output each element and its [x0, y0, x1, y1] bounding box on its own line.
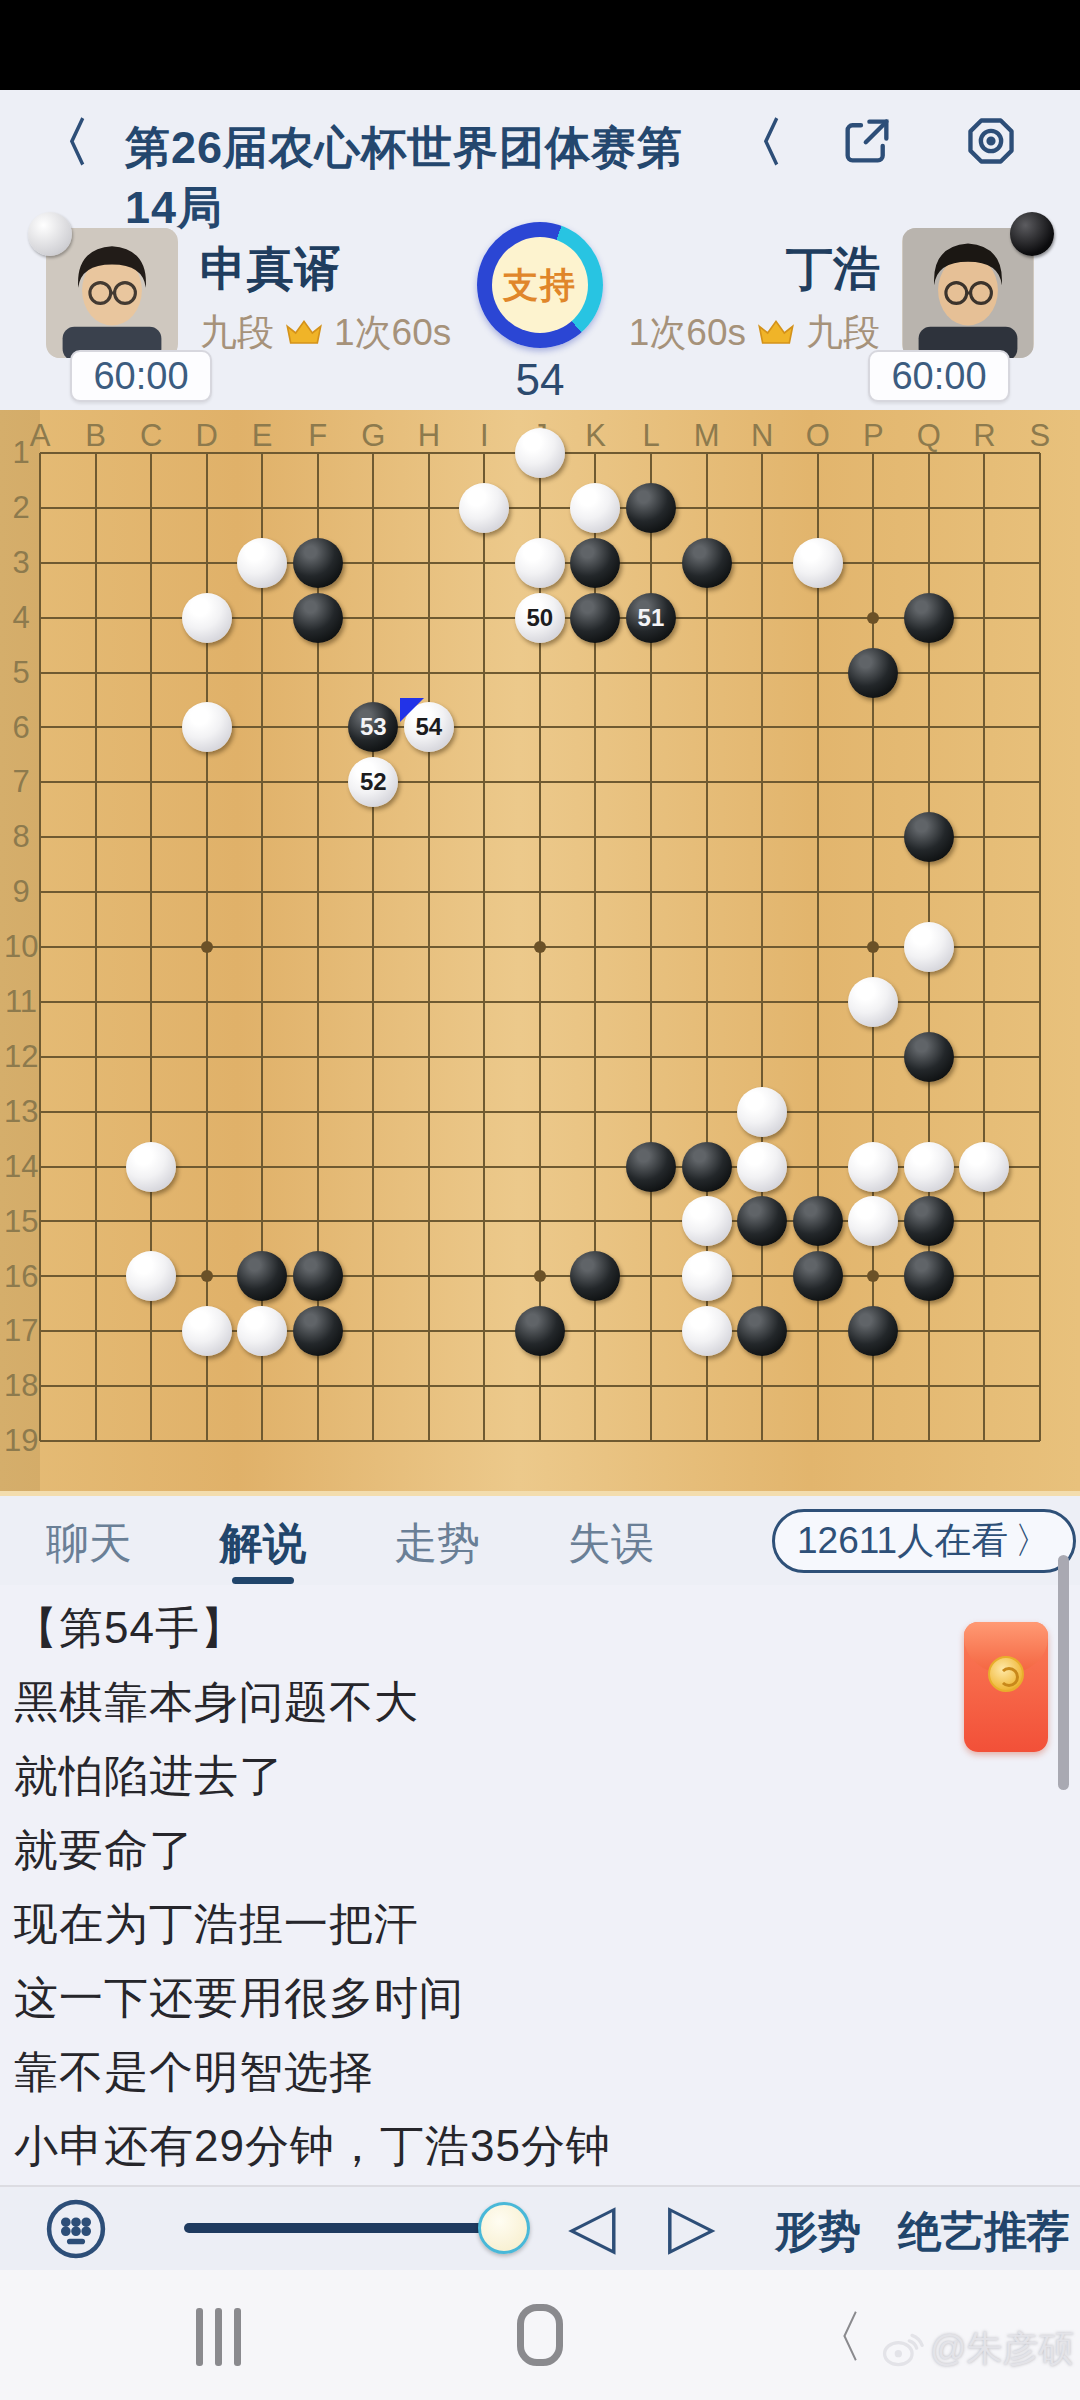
board-cell-D5[interactable]: [179, 645, 235, 700]
board-cell-P10[interactable]: [845, 920, 901, 975]
board-cell-G7[interactable]: 52: [345, 755, 401, 810]
board-cell-I18[interactable]: [457, 1359, 513, 1414]
board-cell-S9[interactable]: [1012, 865, 1068, 920]
commentary-panel[interactable]: 【第54手】 黑棋靠本身问题不大 就怕陷进去了 就要命了 现在为丁浩捏一把汗 这…: [0, 1585, 1080, 2185]
board-cell-O2[interactable]: [790, 480, 846, 535]
tab-trend[interactable]: 走势: [394, 1515, 480, 1573]
board-cell-K17[interactable]: [568, 1304, 624, 1359]
board-cell-D18[interactable]: [179, 1359, 235, 1414]
board-cell-Q3[interactable]: [901, 535, 957, 590]
board-cell-H13[interactable]: [401, 1084, 457, 1139]
board-cell-N6[interactable]: [734, 700, 790, 755]
board-cell-H1[interactable]: [401, 426, 457, 481]
board-cell-G6[interactable]: 53: [345, 700, 401, 755]
board-cell-P3[interactable]: [845, 535, 901, 590]
board-cell-H11[interactable]: [401, 974, 457, 1029]
board-cell-R12[interactable]: [956, 1029, 1012, 1084]
board-cell-H5[interactable]: [401, 645, 457, 700]
board-cell-O10[interactable]: [790, 920, 846, 975]
board-cell-S6[interactable]: [1012, 700, 1068, 755]
board-cell-N8[interactable]: [734, 810, 790, 865]
board-cell-P19[interactable]: [845, 1414, 901, 1469]
board-cell-A18[interactable]: [12, 1359, 68, 1414]
board-cell-O5[interactable]: [790, 645, 846, 700]
board-cell-J17[interactable]: [512, 1304, 568, 1359]
board-cell-K13[interactable]: [568, 1084, 624, 1139]
board-cell-R15[interactable]: [956, 1194, 1012, 1249]
board-cell-D14[interactable]: [179, 1139, 235, 1194]
board-cell-J18[interactable]: [512, 1359, 568, 1414]
board-cell-C17[interactable]: [123, 1304, 179, 1359]
board-cell-G17[interactable]: [345, 1304, 401, 1359]
board-cell-R9[interactable]: [956, 865, 1012, 920]
board-cell-J12[interactable]: [512, 1029, 568, 1084]
board-cell-M5[interactable]: [679, 645, 735, 700]
board-cell-M14[interactable]: [679, 1139, 735, 1194]
tab-chat[interactable]: 聊天: [46, 1515, 132, 1573]
board-cell-G3[interactable]: [345, 535, 401, 590]
board-cell-B5[interactable]: [68, 645, 124, 700]
board-cell-F12[interactable]: [290, 1029, 346, 1084]
board-cell-N3[interactable]: [734, 535, 790, 590]
board-cell-Q8[interactable]: [901, 810, 957, 865]
next-move-button[interactable]: ▷: [668, 2189, 716, 2262]
board-cell-I1[interactable]: [457, 426, 513, 481]
board-cell-I15[interactable]: [457, 1194, 513, 1249]
board-cell-O16[interactable]: [790, 1249, 846, 1304]
board-cell-B19[interactable]: [68, 1414, 124, 1469]
board-cell-F1[interactable]: [290, 426, 346, 481]
red-envelope-button[interactable]: [964, 1622, 1048, 1752]
board-cell-M11[interactable]: [679, 974, 735, 1029]
board-cell-K3[interactable]: [568, 535, 624, 590]
board-cell-L14[interactable]: [623, 1139, 679, 1194]
board-cell-P13[interactable]: [845, 1084, 901, 1139]
board-cell-H12[interactable]: [401, 1029, 457, 1084]
board-cell-N14[interactable]: [734, 1139, 790, 1194]
viewers-badge[interactable]: 12611人在看 〉: [772, 1509, 1076, 1573]
board-cell-N15[interactable]: [734, 1194, 790, 1249]
board-cell-A10[interactable]: [12, 920, 68, 975]
board-cell-E15[interactable]: [234, 1194, 290, 1249]
board-cell-C18[interactable]: [123, 1359, 179, 1414]
board-cell-B7[interactable]: [68, 755, 124, 810]
board-cell-D16[interactable]: [179, 1249, 235, 1304]
board-cell-P17[interactable]: [845, 1304, 901, 1359]
board-cell-L12[interactable]: [623, 1029, 679, 1084]
board-cell-P18[interactable]: [845, 1359, 901, 1414]
board-cell-G13[interactable]: [345, 1084, 401, 1139]
board-cell-S1[interactable]: [1012, 426, 1068, 481]
board-cell-D12[interactable]: [179, 1029, 235, 1084]
board-cell-A3[interactable]: [12, 535, 68, 590]
board-cell-F11[interactable]: [290, 974, 346, 1029]
board-cell-O11[interactable]: [790, 974, 846, 1029]
board-cell-J19[interactable]: [512, 1414, 568, 1469]
board-cell-M10[interactable]: [679, 920, 735, 975]
board-cell-E19[interactable]: [234, 1414, 290, 1469]
board-cell-P12[interactable]: [845, 1029, 901, 1084]
board-cell-L6[interactable]: [623, 700, 679, 755]
board-cell-R11[interactable]: [956, 974, 1012, 1029]
board-cell-B2[interactable]: [68, 480, 124, 535]
board-cell-Q13[interactable]: [901, 1084, 957, 1139]
board-cell-J5[interactable]: [512, 645, 568, 700]
board-cell-N19[interactable]: [734, 1414, 790, 1469]
board-cell-J4[interactable]: 50: [512, 590, 568, 645]
board-cell-L16[interactable]: [623, 1249, 679, 1304]
board-cell-S3[interactable]: [1012, 535, 1068, 590]
board-cell-I14[interactable]: [457, 1139, 513, 1194]
board-cell-K6[interactable]: [568, 700, 624, 755]
board-cell-Q9[interactable]: [901, 865, 957, 920]
board-cell-I10[interactable]: [457, 920, 513, 975]
board-cell-E7[interactable]: [234, 755, 290, 810]
board-cell-C11[interactable]: [123, 974, 179, 1029]
board-cell-J7[interactable]: [512, 755, 568, 810]
board-cell-K7[interactable]: [568, 755, 624, 810]
board-cell-F4[interactable]: [290, 590, 346, 645]
back-icon[interactable]: 〈: [38, 108, 90, 178]
board-cell-E9[interactable]: [234, 865, 290, 920]
board-cell-F17[interactable]: [290, 1304, 346, 1359]
board-cell-E11[interactable]: [234, 974, 290, 1029]
board-cell-K9[interactable]: [568, 865, 624, 920]
board-cell-S18[interactable]: [1012, 1359, 1068, 1414]
board-cell-I3[interactable]: [457, 535, 513, 590]
board-cell-C9[interactable]: [123, 865, 179, 920]
board-cell-J1[interactable]: [512, 426, 568, 481]
board-cell-B15[interactable]: [68, 1194, 124, 1249]
home-icon[interactable]: [517, 2304, 563, 2366]
board-cell-I7[interactable]: [457, 755, 513, 810]
emoji-keyboard-icon[interactable]: [42, 2195, 110, 2263]
board-cell-G16[interactable]: [345, 1249, 401, 1304]
board-cell-A16[interactable]: [12, 1249, 68, 1304]
board-cell-M12[interactable]: [679, 1029, 735, 1084]
board-cell-P4[interactable]: [845, 590, 901, 645]
board-cell-G8[interactable]: [345, 810, 401, 865]
board-cell-I5[interactable]: [457, 645, 513, 700]
board-cell-P14[interactable]: [845, 1139, 901, 1194]
board-cell-N17[interactable]: [734, 1304, 790, 1359]
scrollbar-thumb[interactable]: [1058, 1555, 1069, 1790]
board-cell-O14[interactable]: [790, 1139, 846, 1194]
board-cell-P2[interactable]: [845, 480, 901, 535]
board-cell-H15[interactable]: [401, 1194, 457, 1249]
board-cell-N4[interactable]: [734, 590, 790, 645]
board-cell-M1[interactable]: [679, 426, 735, 481]
board-cell-J16[interactable]: [512, 1249, 568, 1304]
board-cell-O15[interactable]: [790, 1194, 846, 1249]
board-cell-J3[interactable]: [512, 535, 568, 590]
record-icon[interactable]: [962, 112, 1020, 170]
board-cell-D6[interactable]: [179, 700, 235, 755]
board-cell-O4[interactable]: [790, 590, 846, 645]
board-cell-H9[interactable]: [401, 865, 457, 920]
board-cell-D15[interactable]: [179, 1194, 235, 1249]
board-cell-N13[interactable]: [734, 1084, 790, 1139]
support-button[interactable]: 支持: [477, 222, 603, 348]
board-cell-N2[interactable]: [734, 480, 790, 535]
board-cell-R7[interactable]: [956, 755, 1012, 810]
board-cell-L5[interactable]: [623, 645, 679, 700]
board-cell-O1[interactable]: [790, 426, 846, 481]
board-cell-F15[interactable]: [290, 1194, 346, 1249]
prev-move-button[interactable]: ◁: [568, 2189, 616, 2262]
board-cell-D11[interactable]: [179, 974, 235, 1029]
board-cell-H4[interactable]: [401, 590, 457, 645]
board-cell-F16[interactable]: [290, 1249, 346, 1304]
board-cell-C3[interactable]: [123, 535, 179, 590]
board-cell-E2[interactable]: [234, 480, 290, 535]
board-cell-K4[interactable]: [568, 590, 624, 645]
board-cell-O7[interactable]: [790, 755, 846, 810]
share-icon[interactable]: [838, 112, 896, 170]
go-board[interactable]: ABCDEFGHIJKLMNOPQRS 12345678910111213141…: [0, 410, 1080, 1496]
board-cell-S14[interactable]: [1012, 1139, 1068, 1194]
board-cell-J6[interactable]: [512, 700, 568, 755]
board-cell-M13[interactable]: [679, 1084, 735, 1139]
board-cell-I11[interactable]: [457, 974, 513, 1029]
board-cell-Q4[interactable]: [901, 590, 957, 645]
board-cell-E5[interactable]: [234, 645, 290, 700]
board-cell-J2[interactable]: [512, 480, 568, 535]
board-cell-G12[interactable]: [345, 1029, 401, 1084]
board-cell-B10[interactable]: [68, 920, 124, 975]
board-cell-F8[interactable]: [290, 810, 346, 865]
board-cell-A9[interactable]: [12, 865, 68, 920]
board-cell-O13[interactable]: [790, 1084, 846, 1139]
board-cell-A8[interactable]: [12, 810, 68, 865]
board-cell-B11[interactable]: [68, 974, 124, 1029]
ai-recommend-button[interactable]: 绝艺推荐: [898, 2203, 1070, 2261]
board-cell-A17[interactable]: [12, 1304, 68, 1359]
board-cell-K2[interactable]: [568, 480, 624, 535]
board-cell-O18[interactable]: [790, 1359, 846, 1414]
board-cell-S17[interactable]: [1012, 1304, 1068, 1359]
board-cell-E1[interactable]: [234, 426, 290, 481]
board-cell-I13[interactable]: [457, 1084, 513, 1139]
board-cell-B4[interactable]: [68, 590, 124, 645]
board-cell-Q1[interactable]: [901, 426, 957, 481]
board-cell-Q10[interactable]: [901, 920, 957, 975]
board-cell-F6[interactable]: [290, 700, 346, 755]
board-cell-D3[interactable]: [179, 535, 235, 590]
board-cell-H8[interactable]: [401, 810, 457, 865]
board-cell-G9[interactable]: [345, 865, 401, 920]
board-cell-I6[interactable]: [457, 700, 513, 755]
board-cell-F19[interactable]: [290, 1414, 346, 1469]
board-cell-Q15[interactable]: [901, 1194, 957, 1249]
board-cell-M18[interactable]: [679, 1359, 735, 1414]
board-cell-E16[interactable]: [234, 1249, 290, 1304]
board-cell-F10[interactable]: [290, 920, 346, 975]
board-cell-D19[interactable]: [179, 1414, 235, 1469]
board-cell-H18[interactable]: [401, 1359, 457, 1414]
board-cell-B6[interactable]: [68, 700, 124, 755]
board-cell-C4[interactable]: [123, 590, 179, 645]
board-cell-L19[interactable]: [623, 1414, 679, 1469]
board-cell-B12[interactable]: [68, 1029, 124, 1084]
board-cell-L4[interactable]: 51: [623, 590, 679, 645]
board-cell-I4[interactable]: [457, 590, 513, 645]
board-cell-B1[interactable]: [68, 426, 124, 481]
board-cell-E8[interactable]: [234, 810, 290, 865]
board-cell-L17[interactable]: [623, 1304, 679, 1359]
board-cell-S11[interactable]: [1012, 974, 1068, 1029]
board-cell-R6[interactable]: [956, 700, 1012, 755]
board-cell-R1[interactable]: [956, 426, 1012, 481]
board-cell-S10[interactable]: [1012, 920, 1068, 975]
board-cell-K16[interactable]: [568, 1249, 624, 1304]
board-cell-E13[interactable]: [234, 1084, 290, 1139]
board-cell-S2[interactable]: [1012, 480, 1068, 535]
board-cell-E18[interactable]: [234, 1359, 290, 1414]
board-cell-O17[interactable]: [790, 1304, 846, 1359]
board-cell-C2[interactable]: [123, 480, 179, 535]
board-cell-F14[interactable]: [290, 1139, 346, 1194]
board-cell-F13[interactable]: [290, 1084, 346, 1139]
board-cell-O12[interactable]: [790, 1029, 846, 1084]
board-cell-Q11[interactable]: [901, 974, 957, 1029]
board-cell-G10[interactable]: [345, 920, 401, 975]
board-cell-G15[interactable]: [345, 1194, 401, 1249]
board-cell-A12[interactable]: [12, 1029, 68, 1084]
board-cell-C7[interactable]: [123, 755, 179, 810]
board-cell-C14[interactable]: [123, 1139, 179, 1194]
board-cell-L3[interactable]: [623, 535, 679, 590]
board-cell-L2[interactable]: [623, 480, 679, 535]
board-cell-J9[interactable]: [512, 865, 568, 920]
board-cell-B8[interactable]: [68, 810, 124, 865]
board-cell-P7[interactable]: [845, 755, 901, 810]
board-cell-C5[interactable]: [123, 645, 179, 700]
board-cell-K8[interactable]: [568, 810, 624, 865]
board-cell-C12[interactable]: [123, 1029, 179, 1084]
board-cell-C15[interactable]: [123, 1194, 179, 1249]
board-cell-B18[interactable]: [68, 1359, 124, 1414]
board-cell-F5[interactable]: [290, 645, 346, 700]
slider-knob[interactable]: [478, 2202, 530, 2254]
board-cell-L18[interactable]: [623, 1359, 679, 1414]
tab-commentary[interactable]: 解说: [220, 1515, 306, 1573]
situation-button[interactable]: 形势: [775, 2203, 861, 2261]
board-cell-K11[interactable]: [568, 974, 624, 1029]
board-cell-P1[interactable]: [845, 426, 901, 481]
board-cell-O3[interactable]: [790, 535, 846, 590]
board-cell-D4[interactable]: [179, 590, 235, 645]
player-name-right[interactable]: 丁浩: [786, 238, 880, 301]
board-cell-C1[interactable]: [123, 426, 179, 481]
board-cell-S5[interactable]: [1012, 645, 1068, 700]
board-cell-M7[interactable]: [679, 755, 735, 810]
board-cell-P5[interactable]: [845, 645, 901, 700]
board-cell-F3[interactable]: [290, 535, 346, 590]
board-cell-R10[interactable]: [956, 920, 1012, 975]
board-cell-J8[interactable]: [512, 810, 568, 865]
board-cell-S13[interactable]: [1012, 1084, 1068, 1139]
board-cell-I12[interactable]: [457, 1029, 513, 1084]
board-cell-R17[interactable]: [956, 1304, 1012, 1359]
board-cell-H7[interactable]: [401, 755, 457, 810]
board-cell-A15[interactable]: [12, 1194, 68, 1249]
board-cell-I9[interactable]: [457, 865, 513, 920]
board-cell-D8[interactable]: [179, 810, 235, 865]
board-cell-J10[interactable]: [512, 920, 568, 975]
board-cell-R3[interactable]: [956, 535, 1012, 590]
board-cell-H3[interactable]: [401, 535, 457, 590]
board-cell-P9[interactable]: [845, 865, 901, 920]
board-cell-D1[interactable]: [179, 426, 235, 481]
board-cell-L1[interactable]: [623, 426, 679, 481]
board-cell-L10[interactable]: [623, 920, 679, 975]
board-cell-D9[interactable]: [179, 865, 235, 920]
board-cell-K12[interactable]: [568, 1029, 624, 1084]
board-cell-B17[interactable]: [68, 1304, 124, 1359]
board-cell-M9[interactable]: [679, 865, 735, 920]
board-cell-G18[interactable]: [345, 1359, 401, 1414]
board-cell-E6[interactable]: [234, 700, 290, 755]
board-cell-M3[interactable]: [679, 535, 735, 590]
player-name-left[interactable]: 申真谞: [200, 238, 341, 301]
board-cell-E17[interactable]: [234, 1304, 290, 1359]
board-cell-S15[interactable]: [1012, 1194, 1068, 1249]
board-cell-H14[interactable]: [401, 1139, 457, 1194]
board-cell-I2[interactable]: [457, 480, 513, 535]
board-cell-H6[interactable]: 54: [401, 700, 457, 755]
board-cell-G11[interactable]: [345, 974, 401, 1029]
board-cell-G1[interactable]: [345, 426, 401, 481]
board-cell-M4[interactable]: [679, 590, 735, 645]
board-cell-N7[interactable]: [734, 755, 790, 810]
board-cell-Q2[interactable]: [901, 480, 957, 535]
board-cell-E4[interactable]: [234, 590, 290, 645]
board-cell-D17[interactable]: [179, 1304, 235, 1359]
board-cell-G19[interactable]: [345, 1414, 401, 1469]
board-cell-B16[interactable]: [68, 1249, 124, 1304]
board-cell-D2[interactable]: [179, 480, 235, 535]
board-cell-S16[interactable]: [1012, 1249, 1068, 1304]
board-cell-J14[interactable]: [512, 1139, 568, 1194]
board-cell-Q6[interactable]: [901, 700, 957, 755]
board-cell-D13[interactable]: [179, 1084, 235, 1139]
board-cell-L9[interactable]: [623, 865, 679, 920]
recents-icon[interactable]: [196, 2308, 241, 2366]
board-cell-R5[interactable]: [956, 645, 1012, 700]
board-cell-D7[interactable]: [179, 755, 235, 810]
board-cell-A2[interactable]: [12, 480, 68, 535]
board-cell-E10[interactable]: [234, 920, 290, 975]
board-cell-K14[interactable]: [568, 1139, 624, 1194]
board-cell-S4[interactable]: [1012, 590, 1068, 645]
board-cell-P11[interactable]: [845, 974, 901, 1029]
board-cell-G2[interactable]: [345, 480, 401, 535]
board-cell-I8[interactable]: [457, 810, 513, 865]
board-cell-N16[interactable]: [734, 1249, 790, 1304]
board-cell-O6[interactable]: [790, 700, 846, 755]
board-cell-P15[interactable]: [845, 1194, 901, 1249]
board-cell-P6[interactable]: [845, 700, 901, 755]
collapse-icon[interactable]: 〈: [732, 108, 784, 178]
board-cell-A11[interactable]: [12, 974, 68, 1029]
board-cell-N10[interactable]: [734, 920, 790, 975]
board-cell-D10[interactable]: [179, 920, 235, 975]
board-cell-N1[interactable]: [734, 426, 790, 481]
board-cell-R13[interactable]: [956, 1084, 1012, 1139]
board-cell-N18[interactable]: [734, 1359, 790, 1414]
board-cell-I19[interactable]: [457, 1414, 513, 1469]
